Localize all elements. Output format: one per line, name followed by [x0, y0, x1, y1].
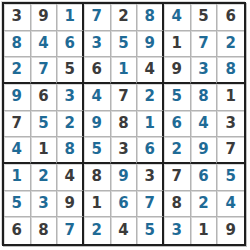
cell-r2c4[interactable]: 3: [84, 31, 111, 58]
cell-r3c1[interactable]: 2: [4, 57, 31, 84]
cell-r8c5[interactable]: 6: [111, 191, 138, 218]
cell-r5c8[interactable]: 4: [191, 111, 218, 138]
cell-r3c5[interactable]: 1: [111, 57, 138, 84]
cell-r5c4[interactable]: 9: [84, 111, 111, 138]
cell-r9c6[interactable]: 5: [137, 217, 164, 244]
cell-r5c3[interactable]: 2: [57, 111, 84, 138]
cell-r1c2[interactable]: 9: [31, 4, 58, 31]
cell-r3c7[interactable]: 9: [164, 57, 191, 84]
cell-r6c5[interactable]: 3: [111, 137, 138, 164]
cell-r7c7[interactable]: 7: [164, 164, 191, 191]
cell-r1c5[interactable]: 2: [111, 4, 138, 31]
cell-r1c9[interactable]: 6: [217, 4, 244, 31]
cell-r4c6[interactable]: 2: [137, 84, 164, 111]
cell-r6c1[interactable]: 4: [4, 137, 31, 164]
cell-r2c9[interactable]: 2: [217, 31, 244, 58]
cell-r8c6[interactable]: 7: [137, 191, 164, 218]
cell-r6c4[interactable]: 5: [84, 137, 111, 164]
cell-r6c6[interactable]: 6: [137, 137, 164, 164]
cell-r1c4[interactable]: 7: [84, 4, 111, 31]
cell-r2c3[interactable]: 6: [57, 31, 84, 58]
cell-r9c1[interactable]: 6: [4, 217, 31, 244]
cell-r8c9[interactable]: 4: [217, 191, 244, 218]
cell-r9c7[interactable]: 3: [164, 217, 191, 244]
cell-r1c7[interactable]: 4: [164, 4, 191, 31]
cell-r6c7[interactable]: 2: [164, 137, 191, 164]
cell-r8c8[interactable]: 2: [191, 191, 218, 218]
cell-r3c4[interactable]: 6: [84, 57, 111, 84]
cell-r8c4[interactable]: 1: [84, 191, 111, 218]
cell-r6c2[interactable]: 1: [31, 137, 58, 164]
cell-r6c9[interactable]: 7: [217, 137, 244, 164]
cell-r3c9[interactable]: 8: [217, 57, 244, 84]
cell-r8c1[interactable]: 5: [4, 191, 31, 218]
cell-r6c8[interactable]: 9: [191, 137, 218, 164]
cell-r3c3[interactable]: 5: [57, 57, 84, 84]
cell-r9c9[interactable]: 9: [217, 217, 244, 244]
cell-r5c5[interactable]: 8: [111, 111, 138, 138]
cell-r1c8[interactable]: 5: [191, 4, 218, 31]
cell-r2c5[interactable]: 5: [111, 31, 138, 58]
cell-r4c7[interactable]: 5: [164, 84, 191, 111]
cell-r5c2[interactable]: 5: [31, 111, 58, 138]
cell-r9c3[interactable]: 7: [57, 217, 84, 244]
cell-r7c5[interactable]: 9: [111, 164, 138, 191]
cell-r4c9[interactable]: 1: [217, 84, 244, 111]
cell-r3c2[interactable]: 7: [31, 57, 58, 84]
cell-r7c3[interactable]: 4: [57, 164, 84, 191]
cell-r1c3[interactable]: 1: [57, 4, 84, 31]
cell-r8c3[interactable]: 9: [57, 191, 84, 218]
cell-r2c2[interactable]: 4: [31, 31, 58, 58]
cell-r9c8[interactable]: 1: [191, 217, 218, 244]
cell-r5c9[interactable]: 3: [217, 111, 244, 138]
cell-r4c3[interactable]: 3: [57, 84, 84, 111]
cell-r9c4[interactable]: 2: [84, 217, 111, 244]
cell-r4c1[interactable]: 9: [4, 84, 31, 111]
cell-r8c7[interactable]: 8: [164, 191, 191, 218]
cell-r3c6[interactable]: 4: [137, 57, 164, 84]
cell-r5c1[interactable]: 7: [4, 111, 31, 138]
cell-r7c2[interactable]: 2: [31, 164, 58, 191]
cell-r4c2[interactable]: 6: [31, 84, 58, 111]
cell-r4c8[interactable]: 8: [191, 84, 218, 111]
cell-r2c8[interactable]: 7: [191, 31, 218, 58]
cell-r2c1[interactable]: 8: [4, 31, 31, 58]
sudoku-board: 3917284568463591722756149389634725817529…: [2, 2, 246, 246]
cell-r9c5[interactable]: 4: [111, 217, 138, 244]
cell-r7c6[interactable]: 3: [137, 164, 164, 191]
cell-r5c7[interactable]: 6: [164, 111, 191, 138]
cell-r4c5[interactable]: 7: [111, 84, 138, 111]
cell-r7c8[interactable]: 6: [191, 164, 218, 191]
cell-r7c1[interactable]: 1: [4, 164, 31, 191]
cell-r1c1[interactable]: 3: [4, 4, 31, 31]
cell-r5c6[interactable]: 1: [137, 111, 164, 138]
cell-r2c6[interactable]: 9: [137, 31, 164, 58]
cell-r1c6[interactable]: 8: [137, 4, 164, 31]
cell-r3c8[interactable]: 3: [191, 57, 218, 84]
cell-r6c3[interactable]: 8: [57, 137, 84, 164]
cell-r7c4[interactable]: 8: [84, 164, 111, 191]
cell-r2c7[interactable]: 1: [164, 31, 191, 58]
cell-r7c9[interactable]: 5: [217, 164, 244, 191]
cell-r4c4[interactable]: 4: [84, 84, 111, 111]
cell-r8c2[interactable]: 3: [31, 191, 58, 218]
cell-r9c2[interactable]: 8: [31, 217, 58, 244]
